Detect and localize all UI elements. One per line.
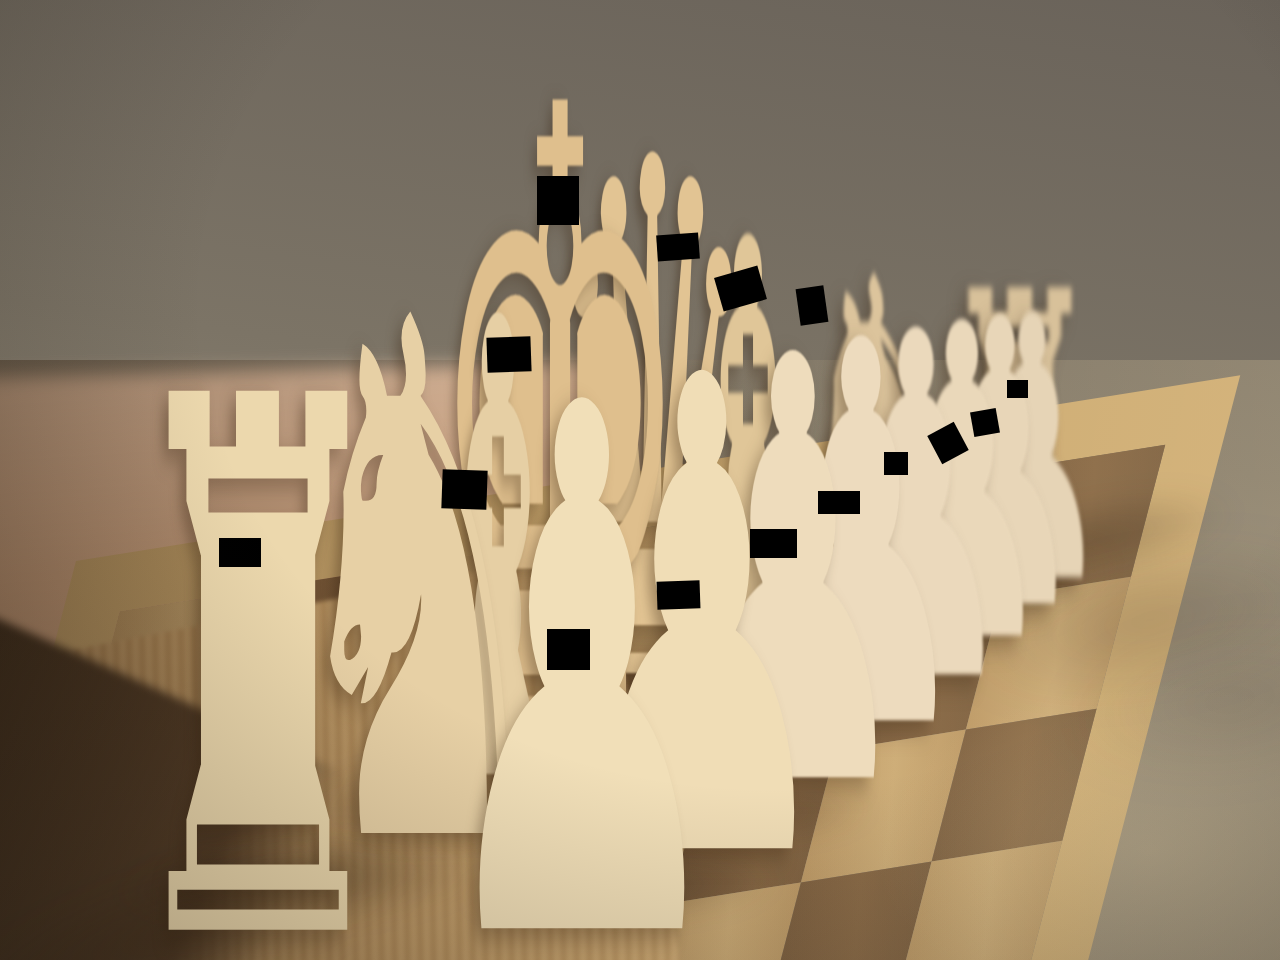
black-square-marker — [657, 580, 701, 609]
black-square-marker — [547, 629, 590, 670]
black-square-marker — [219, 538, 261, 567]
black-square-marker — [818, 491, 860, 514]
black-square-marker — [486, 336, 531, 373]
black-square-marker — [750, 529, 797, 558]
chess-photo-scene: ♜♞♝♛♚♝♞♜♟♟♟♟♟♟♟♟ — [0, 0, 1280, 960]
black-square-marker — [537, 176, 579, 225]
black-square-marker — [884, 452, 908, 475]
black-square-marker — [970, 408, 1000, 437]
black-square-marker — [796, 285, 829, 326]
black-square-marker — [1007, 380, 1028, 398]
black-square-marker — [441, 469, 487, 510]
black-square-marker — [656, 233, 700, 262]
chess-piece-h1-rook: ♜ — [116, 305, 400, 960]
